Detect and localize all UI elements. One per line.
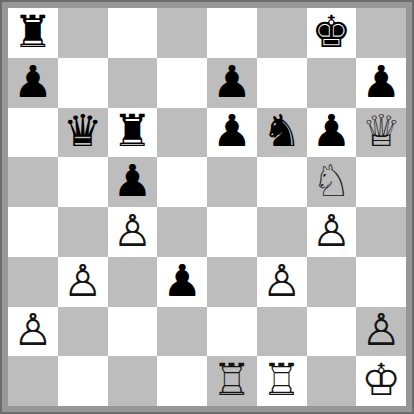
square-d1[interactable] <box>157 356 207 406</box>
square-b1[interactable] <box>58 356 108 406</box>
square-h8[interactable] <box>356 8 406 58</box>
square-g7[interactable] <box>307 58 357 108</box>
square-a6[interactable] <box>8 108 58 158</box>
square-g3[interactable] <box>307 257 357 307</box>
white-knight: ♘ <box>312 159 351 203</box>
black-pawn: ♟ <box>212 60 251 104</box>
square-a8[interactable]: ♜ <box>8 8 58 58</box>
square-g1[interactable] <box>307 356 357 406</box>
square-d8[interactable] <box>157 8 207 58</box>
white-king: ♔ <box>361 358 400 402</box>
square-f7[interactable] <box>257 58 307 108</box>
square-g8[interactable]: ♚ <box>307 8 357 58</box>
white-pawn: ♙ <box>113 209 152 253</box>
black-pawn: ♟ <box>212 109 251 153</box>
square-d2[interactable] <box>157 307 207 357</box>
white-rook: ♖ <box>262 358 301 402</box>
square-a4[interactable] <box>8 207 58 257</box>
black-rook: ♜ <box>13 10 52 54</box>
square-b2[interactable] <box>58 307 108 357</box>
square-f6[interactable]: ♞ <box>257 108 307 158</box>
white-pawn: ♙ <box>63 259 102 303</box>
black-pawn: ♟ <box>13 60 52 104</box>
black-pawn: ♟ <box>312 109 351 153</box>
square-b5[interactable] <box>58 157 108 207</box>
white-queen: ♕ <box>361 109 400 153</box>
black-pawn: ♟ <box>162 259 201 303</box>
square-c7[interactable] <box>108 58 158 108</box>
square-h5[interactable] <box>356 157 406 207</box>
square-c6[interactable]: ♜ <box>108 108 158 158</box>
square-e5[interactable] <box>207 157 257 207</box>
square-h2[interactable]: ♙ <box>356 307 406 357</box>
square-c3[interactable] <box>108 257 158 307</box>
white-rook: ♖ <box>212 358 251 402</box>
square-h4[interactable] <box>356 207 406 257</box>
white-pawn: ♙ <box>312 209 351 253</box>
square-a1[interactable] <box>8 356 58 406</box>
square-g5[interactable]: ♘ <box>307 157 357 207</box>
square-c5[interactable]: ♟ <box>108 157 158 207</box>
square-f2[interactable] <box>257 307 307 357</box>
square-a3[interactable] <box>8 257 58 307</box>
square-d3[interactable]: ♟ <box>157 257 207 307</box>
square-e4[interactable] <box>207 207 257 257</box>
square-c8[interactable] <box>108 8 158 58</box>
square-e7[interactable]: ♟ <box>207 58 257 108</box>
square-c1[interactable] <box>108 356 158 406</box>
square-a7[interactable]: ♟ <box>8 58 58 108</box>
square-f4[interactable] <box>257 207 307 257</box>
square-b6[interactable]: ♛ <box>58 108 108 158</box>
square-e1[interactable]: ♖ <box>207 356 257 406</box>
square-d6[interactable] <box>157 108 207 158</box>
square-d5[interactable] <box>157 157 207 207</box>
square-b8[interactable] <box>58 8 108 58</box>
square-f5[interactable] <box>257 157 307 207</box>
black-pawn: ♟ <box>113 159 152 203</box>
white-pawn: ♙ <box>361 308 400 352</box>
square-a5[interactable] <box>8 157 58 207</box>
square-h7[interactable]: ♟ <box>356 58 406 108</box>
square-c4[interactable]: ♙ <box>108 207 158 257</box>
square-b7[interactable] <box>58 58 108 108</box>
square-g4[interactable]: ♙ <box>307 207 357 257</box>
black-pawn: ♟ <box>361 60 400 104</box>
square-h1[interactable]: ♔ <box>356 356 406 406</box>
square-d7[interactable] <box>157 58 207 108</box>
square-g2[interactable] <box>307 307 357 357</box>
square-f8[interactable] <box>257 8 307 58</box>
square-b4[interactable] <box>58 207 108 257</box>
square-e3[interactable] <box>207 257 257 307</box>
square-e2[interactable] <box>207 307 257 357</box>
square-a2[interactable]: ♙ <box>8 307 58 357</box>
square-h3[interactable] <box>356 257 406 307</box>
square-d4[interactable] <box>157 207 207 257</box>
square-g6[interactable]: ♟ <box>307 108 357 158</box>
square-f3[interactable]: ♙ <box>257 257 307 307</box>
black-knight: ♞ <box>262 109 301 153</box>
square-f1[interactable]: ♖ <box>257 356 307 406</box>
black-queen: ♛ <box>63 109 102 153</box>
square-b3[interactable]: ♙ <box>58 257 108 307</box>
black-king: ♚ <box>312 10 351 54</box>
square-h6[interactable]: ♕ <box>356 108 406 158</box>
chess-board-frame: ♜♚♟♟♟♛♜♟♞♟♕♟♘♙♙♙♟♙♙♙♖♖♔ <box>0 0 414 414</box>
black-rook: ♜ <box>113 109 152 153</box>
square-e6[interactable]: ♟ <box>207 108 257 158</box>
square-c2[interactable] <box>108 307 158 357</box>
white-pawn: ♙ <box>13 308 52 352</box>
white-pawn: ♙ <box>262 259 301 303</box>
square-e8[interactable] <box>207 8 257 58</box>
chess-board: ♜♚♟♟♟♛♜♟♞♟♕♟♘♙♙♙♟♙♙♙♖♖♔ <box>8 8 406 406</box>
